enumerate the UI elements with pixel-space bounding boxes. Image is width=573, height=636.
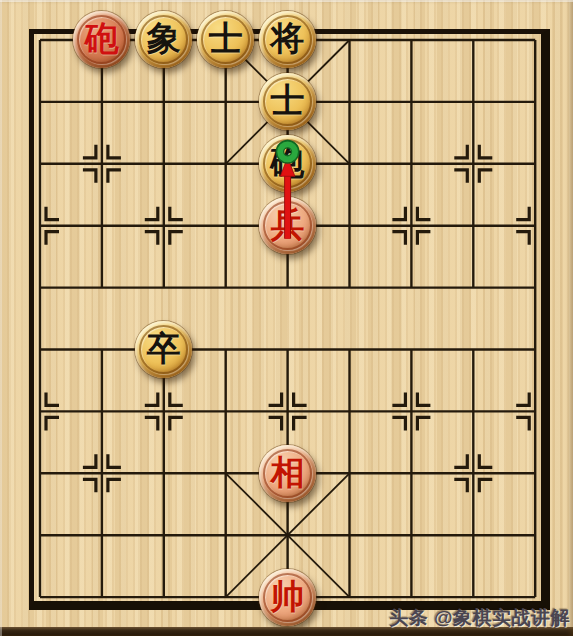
piece-black-advisor[interactable]: 士 <box>197 11 254 68</box>
piece-glyph: 砲 <box>271 146 305 180</box>
piece-glyph: 将 <box>271 22 305 56</box>
piece-black-advisor[interactable]: 士 <box>259 73 316 130</box>
piece-glyph: 帅 <box>271 580 305 614</box>
piece-glyph: 相 <box>271 456 305 490</box>
piece-glyph: 士 <box>209 22 243 56</box>
piece-glyph: 象 <box>147 22 181 56</box>
piece-red-elephant[interactable]: 相 <box>259 445 316 502</box>
piece-glyph: 砲 <box>85 22 119 56</box>
piece-black-cannon[interactable]: 砲 <box>259 135 316 192</box>
piece-red-general[interactable]: 帅 <box>259 569 316 626</box>
piece-red-soldier[interactable]: 兵 <box>259 197 316 254</box>
piece-black-soldier[interactable]: 卒 <box>135 321 192 378</box>
piece-red-cannon[interactable]: 砲 <box>73 11 130 68</box>
piece-glyph: 兵 <box>271 208 305 242</box>
piece-black-elephant[interactable]: 象 <box>135 11 192 68</box>
piece-glyph: 卒 <box>147 332 181 366</box>
piece-glyph: 士 <box>271 84 305 118</box>
board-grid[interactable]: 砲象士将士砲兵卒相帅 <box>9 9 566 628</box>
xiangqi-screenshot: { "game": "xiangqi", "description": "Chi… <box>0 0 573 636</box>
watermark: 头条 @象棋实战讲解 <box>389 605 570 631</box>
piece-black-general[interactable]: 将 <box>259 11 316 68</box>
board-photo: 砲象士将士砲兵卒相帅 头条 @象棋实战讲解 <box>0 0 573 636</box>
